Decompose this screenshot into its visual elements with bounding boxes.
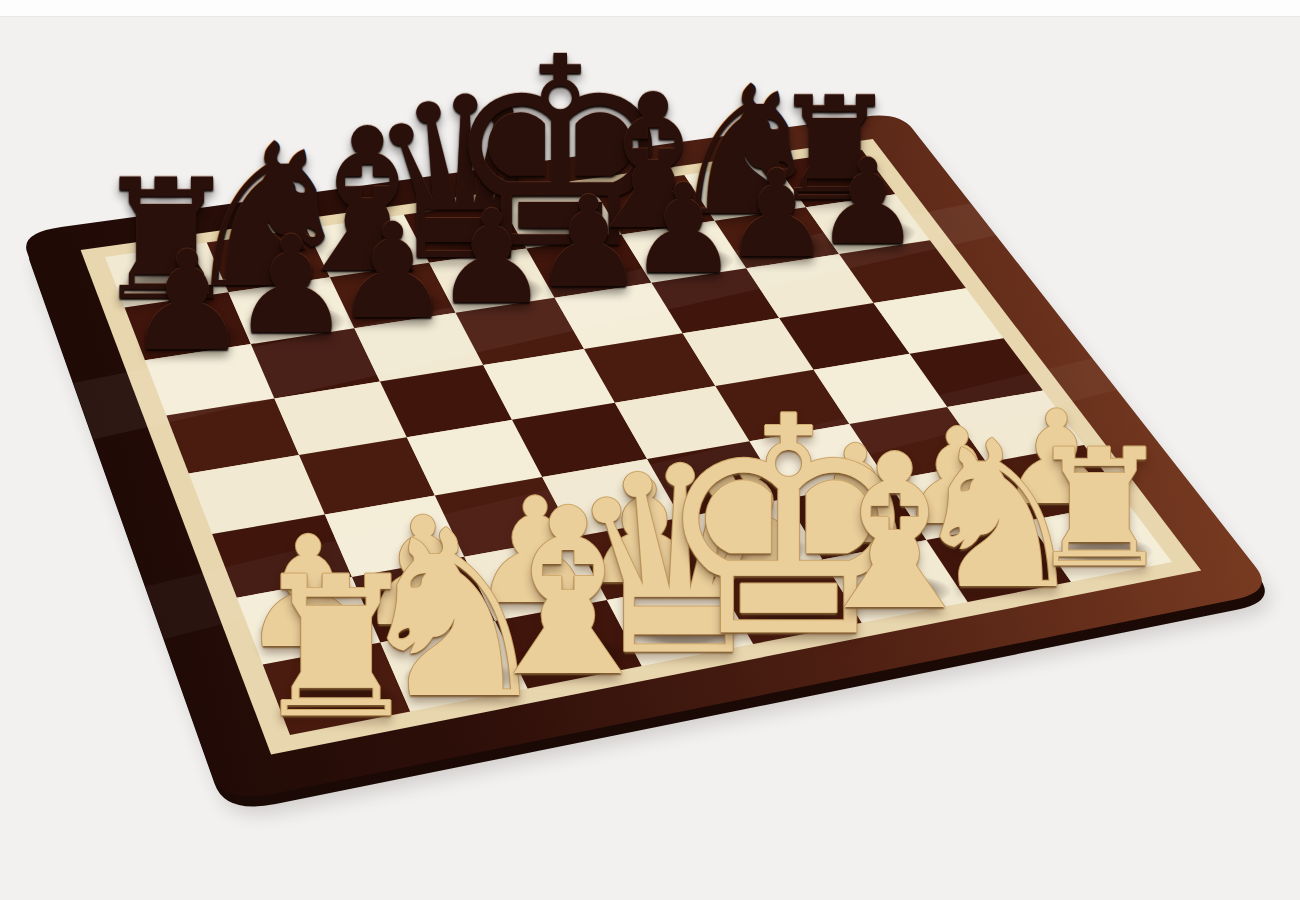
photo-stage: ♜♞♝♛♚♝♞♜♟♟♟♟♟♟♟♟♟♟♟♟♟♟♟♟♜♞♝♛♚♝♞♜ xyxy=(0,0,1300,900)
black-pawn-h7[interactable]: ♟ xyxy=(815,144,921,262)
white-rook-h1[interactable]: ♜ xyxy=(1027,427,1173,590)
